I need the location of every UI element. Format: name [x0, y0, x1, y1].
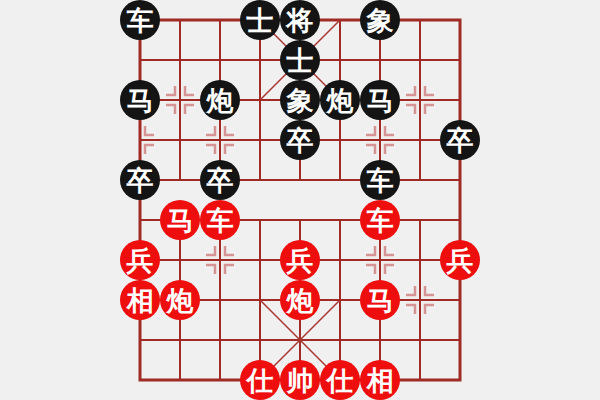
- piece-black-horse[interactable]: 马: [120, 80, 160, 120]
- piece-red-chariot[interactable]: 车: [360, 200, 400, 240]
- piece-red-soldier[interactable]: 兵: [120, 240, 160, 280]
- piece-red-elephant[interactable]: 相: [360, 360, 400, 400]
- piece-black-horse[interactable]: 马: [360, 80, 400, 120]
- piece-red-advisor[interactable]: 仕: [240, 360, 280, 400]
- xiangqi-app: 车士将象士马炮象炮马卒卒卒卒车马车车兵兵兵相炮炮马仕帅仕相: [0, 0, 600, 400]
- piece-red-soldier[interactable]: 兵: [440, 240, 480, 280]
- piece-red-chariot[interactable]: 车: [200, 200, 240, 240]
- piece-black-chariot[interactable]: 车: [360, 160, 400, 200]
- pieces-layer: 车士将象士马炮象炮马卒卒卒卒车马车车兵兵兵相炮炮马仕帅仕相: [0, 0, 600, 400]
- piece-black-advisor[interactable]: 士: [280, 40, 320, 80]
- piece-black-cannon[interactable]: 炮: [200, 80, 240, 120]
- piece-black-general[interactable]: 将: [280, 0, 320, 40]
- piece-red-cannon[interactable]: 炮: [160, 280, 200, 320]
- piece-black-cannon[interactable]: 炮: [320, 80, 360, 120]
- piece-black-advisor[interactable]: 士: [240, 0, 280, 40]
- piece-red-general[interactable]: 帅: [280, 360, 320, 400]
- piece-black-soldier[interactable]: 卒: [280, 120, 320, 160]
- piece-red-advisor[interactable]: 仕: [320, 360, 360, 400]
- piece-red-elephant[interactable]: 相: [120, 280, 160, 320]
- piece-black-elephant[interactable]: 象: [360, 0, 400, 40]
- piece-red-horse[interactable]: 马: [360, 280, 400, 320]
- piece-red-horse[interactable]: 马: [160, 200, 200, 240]
- piece-red-cannon[interactable]: 炮: [280, 280, 320, 320]
- piece-black-chariot[interactable]: 车: [120, 0, 160, 40]
- piece-black-soldier[interactable]: 卒: [440, 120, 480, 160]
- piece-black-soldier[interactable]: 卒: [200, 160, 240, 200]
- piece-red-soldier[interactable]: 兵: [280, 240, 320, 280]
- piece-black-elephant[interactable]: 象: [280, 80, 320, 120]
- piece-black-soldier[interactable]: 卒: [120, 160, 160, 200]
